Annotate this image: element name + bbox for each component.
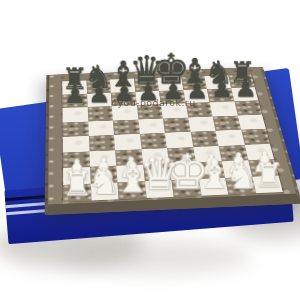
square-b5 <box>88 120 114 136</box>
square-h6 <box>234 100 262 115</box>
product-photo: ♜♞♝♛♚♝♞♜♟♟♟♟♟♟♟♟♟♟♟♟♟♟♟♟♜♞♝♛♚♝♞♜ 4you-po… <box>0 0 300 300</box>
board-perspective-wrapper: ♜♞♝♛♚♝♞♜♟♟♟♟♟♟♟♟♟♟♟♟♟♟♟♟♜♞♝♛♚♝♞♜ <box>0 0 300 300</box>
piece-black-pawn-b7: ♟ <box>88 81 110 106</box>
square-g5 <box>213 115 241 130</box>
piece-white-knight-b1: ♞ <box>88 162 121 199</box>
square-b4 <box>88 135 115 151</box>
square-g6 <box>210 101 238 116</box>
square-h4 <box>241 129 270 145</box>
square-c1: ♝ <box>117 181 146 199</box>
square-f5 <box>188 116 216 131</box>
square-g4 <box>215 130 244 146</box>
square-a6 <box>63 107 88 122</box>
square-c4 <box>114 134 141 150</box>
piece-white-rook-h1: ♜ <box>254 159 284 192</box>
chess-board: ♜♞♝♛♚♝♞♜♟♟♟♟♟♟♟♟♟♟♟♟♟♟♟♟♜♞♝♛♚♝♞♜ <box>45 67 300 215</box>
square-c5 <box>113 119 140 135</box>
square-g7: ♟ <box>207 88 234 102</box>
square-b6 <box>87 106 113 121</box>
square-h5 <box>237 114 266 129</box>
square-b7: ♟ <box>87 93 112 108</box>
square-b1: ♞ <box>90 182 118 200</box>
piece-black-pawn-h7: ♟ <box>235 75 257 100</box>
piece-white-rook-a1: ♜ <box>62 167 92 201</box>
square-h7: ♟ <box>231 87 258 101</box>
square-a5 <box>63 121 89 137</box>
board-grid: ♜♞♝♛♚♝♞♜♟♟♟♟♟♟♟♟♟♟♟♟♟♟♟♟♜♞♝♛♚♝♞♜ <box>62 74 283 202</box>
watermark: 4you-podarok.ru <box>111 97 196 108</box>
piece-black-pawn-a7: ♟ <box>64 82 87 107</box>
square-a7: ♟ <box>62 94 87 109</box>
square-e5 <box>163 117 190 133</box>
square-a4 <box>63 136 89 152</box>
square-d5 <box>138 118 165 134</box>
piece-black-pawn-g7: ♟ <box>211 76 233 101</box>
square-a1: ♜ <box>63 183 91 201</box>
